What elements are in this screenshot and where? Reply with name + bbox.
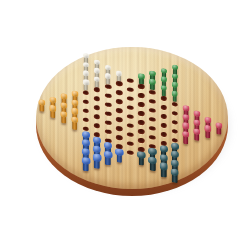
peg-cap bbox=[71, 107, 78, 114]
hole[interactable] bbox=[138, 101, 144, 107]
peg-cap bbox=[82, 130, 90, 138]
peg-dark-green[interactable] bbox=[170, 167, 179, 182]
peg-cap bbox=[83, 53, 89, 59]
hole[interactable] bbox=[116, 107, 122, 113]
hole[interactable] bbox=[93, 95, 99, 101]
hole[interactable] bbox=[149, 89, 155, 95]
peg-cap bbox=[81, 147, 89, 155]
peg-cap bbox=[170, 159, 178, 167]
hole[interactable] bbox=[82, 89, 88, 95]
peg-cap bbox=[182, 130, 190, 138]
hole[interactable] bbox=[105, 110, 111, 116]
hole[interactable] bbox=[160, 113, 166, 119]
peg-cap bbox=[82, 61, 88, 67]
hole[interactable] bbox=[127, 77, 133, 83]
hole[interactable] bbox=[138, 92, 144, 98]
hole[interactable] bbox=[82, 107, 88, 113]
peg-cap bbox=[93, 136, 101, 144]
peg-cap bbox=[94, 58, 100, 64]
hole[interactable] bbox=[116, 134, 122, 140]
hole[interactable] bbox=[93, 122, 99, 128]
hole[interactable] bbox=[138, 83, 144, 89]
hole[interactable] bbox=[160, 104, 166, 110]
peg-cap bbox=[160, 76, 166, 82]
peg-red[interactable] bbox=[182, 130, 190, 144]
hole[interactable] bbox=[149, 116, 155, 122]
hole[interactable] bbox=[138, 119, 144, 125]
hole[interactable] bbox=[105, 101, 111, 107]
hole[interactable] bbox=[149, 125, 155, 131]
peg-orange[interactable] bbox=[60, 110, 68, 123]
peg-cap bbox=[105, 73, 111, 79]
peg-cap bbox=[160, 67, 166, 73]
hole[interactable] bbox=[93, 104, 99, 110]
peg-cap bbox=[105, 64, 111, 70]
peg-cap bbox=[93, 76, 99, 82]
peg-cap bbox=[82, 70, 88, 76]
peg-cap bbox=[49, 96, 56, 103]
peg-cap bbox=[71, 116, 79, 124]
peg-cap bbox=[149, 70, 155, 76]
peg-cap bbox=[60, 101, 67, 108]
hole[interactable] bbox=[116, 125, 122, 131]
peg-cap bbox=[204, 116, 211, 123]
hole[interactable] bbox=[160, 131, 166, 137]
peg-cap bbox=[38, 98, 45, 105]
peg-cap bbox=[115, 147, 123, 155]
peg-blue[interactable] bbox=[92, 153, 101, 168]
peg-cap bbox=[116, 70, 122, 76]
peg-cap bbox=[138, 73, 144, 79]
hole[interactable] bbox=[149, 134, 155, 140]
peg-cap bbox=[171, 73, 177, 79]
peg-cap bbox=[137, 150, 145, 158]
peg-cap bbox=[60, 110, 68, 117]
peg-cap bbox=[71, 90, 78, 97]
hole[interactable] bbox=[138, 128, 144, 134]
peg-cap bbox=[159, 153, 167, 161]
peg-cap bbox=[92, 144, 100, 152]
hole[interactable] bbox=[171, 110, 177, 116]
hole[interactable] bbox=[105, 92, 111, 98]
hole[interactable] bbox=[116, 98, 122, 104]
peg-cap bbox=[193, 110, 200, 117]
peg-cap bbox=[204, 124, 211, 131]
hole[interactable] bbox=[149, 98, 155, 104]
peg-cap bbox=[170, 150, 178, 158]
hole[interactable] bbox=[127, 140, 133, 146]
peg-red[interactable] bbox=[204, 124, 211, 137]
peg-cap bbox=[182, 121, 189, 128]
hole[interactable] bbox=[127, 86, 133, 92]
peg-cap bbox=[170, 142, 178, 150]
peg-dark-green[interactable] bbox=[148, 156, 156, 171]
peg-cap bbox=[159, 162, 168, 170]
peg-orange[interactable] bbox=[49, 104, 56, 117]
peg-orange[interactable] bbox=[71, 116, 79, 130]
hole[interactable] bbox=[171, 119, 177, 125]
hole[interactable] bbox=[160, 95, 166, 101]
peg-cap bbox=[104, 141, 112, 149]
board-grid bbox=[36, 45, 225, 187]
peg-cap bbox=[148, 147, 156, 155]
peg-dark-green[interactable] bbox=[137, 150, 145, 165]
peg-cap bbox=[182, 113, 189, 120]
peg-cap bbox=[171, 90, 178, 97]
hole[interactable] bbox=[127, 131, 133, 137]
peg-cap bbox=[193, 119, 200, 126]
hole[interactable] bbox=[171, 101, 177, 107]
hole[interactable] bbox=[105, 83, 111, 89]
photo-canvas bbox=[0, 0, 250, 250]
peg-cap bbox=[104, 150, 112, 158]
peg-red[interactable] bbox=[193, 127, 201, 140]
peg-blue[interactable] bbox=[81, 156, 90, 171]
hole[interactable] bbox=[127, 104, 133, 110]
peg-cap bbox=[149, 78, 155, 84]
hole[interactable] bbox=[105, 128, 111, 134]
peg-cap bbox=[159, 144, 167, 152]
hole[interactable] bbox=[116, 80, 122, 86]
peg-cap bbox=[81, 139, 89, 147]
peg-red[interactable] bbox=[215, 121, 222, 134]
peg-blue[interactable] bbox=[115, 147, 123, 162]
hole[interactable] bbox=[149, 107, 155, 113]
peg-orange[interactable] bbox=[38, 98, 45, 111]
hole[interactable] bbox=[116, 116, 122, 122]
hole[interactable] bbox=[138, 137, 144, 143]
peg-cap bbox=[92, 153, 101, 161]
hole[interactable] bbox=[105, 119, 111, 125]
peg-cap bbox=[182, 104, 189, 111]
peg-dark-green[interactable] bbox=[159, 162, 168, 177]
hole[interactable] bbox=[116, 89, 122, 95]
peg-cap bbox=[215, 121, 222, 128]
hole[interactable] bbox=[93, 86, 99, 92]
hole[interactable] bbox=[171, 128, 177, 134]
hole[interactable] bbox=[82, 98, 88, 104]
hole[interactable] bbox=[127, 149, 133, 155]
peg-cap bbox=[171, 81, 177, 87]
peg-cap bbox=[94, 67, 100, 73]
peg-cap bbox=[60, 93, 67, 100]
peg-cap bbox=[49, 104, 56, 111]
hole[interactable] bbox=[127, 113, 133, 119]
hole[interactable] bbox=[160, 122, 166, 128]
peg-blue[interactable] bbox=[104, 150, 112, 165]
peg-cap bbox=[160, 84, 166, 90]
peg-cap bbox=[71, 98, 78, 105]
hole[interactable] bbox=[127, 95, 133, 101]
hole[interactable] bbox=[138, 110, 144, 116]
peg-cap bbox=[82, 78, 89, 85]
peg-cap bbox=[171, 64, 177, 70]
hole[interactable] bbox=[93, 113, 99, 119]
peg-cap bbox=[193, 127, 201, 134]
hole[interactable] bbox=[127, 122, 133, 128]
hole[interactable] bbox=[82, 116, 88, 122]
peg-cap bbox=[148, 156, 156, 164]
